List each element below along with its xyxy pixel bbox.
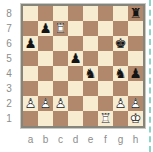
black-knight[interactable]: ♞	[113, 66, 128, 81]
white-pawn-glyph: ♙	[113, 96, 128, 111]
square-b2[interactable]: ♟♙	[38, 96, 53, 111]
square-e4[interactable]: ♞	[83, 66, 98, 81]
square-e1[interactable]	[83, 111, 98, 126]
square-b8[interactable]	[38, 6, 53, 21]
square-a6[interactable]: ♟	[23, 36, 38, 51]
file-label-h: h	[128, 132, 143, 146]
square-g6[interactable]: ♚	[113, 36, 128, 51]
rank-label-7: 7	[0, 21, 18, 36]
square-a4[interactable]	[23, 66, 38, 81]
white-king[interactable]: ♚♔	[128, 111, 143, 126]
square-h3[interactable]	[128, 81, 143, 96]
file-label-a: a	[23, 132, 38, 146]
square-d8[interactable]	[68, 6, 83, 21]
white-pawn-glyph: ♙	[53, 96, 68, 111]
square-d1[interactable]	[68, 111, 83, 126]
square-f2[interactable]	[98, 96, 113, 111]
square-e6[interactable]	[83, 36, 98, 51]
file-label-b: b	[38, 132, 53, 146]
square-g3[interactable]	[113, 81, 128, 96]
black-pawn[interactable]: ♟	[38, 21, 53, 36]
white-pawn[interactable]: ♟♙	[128, 96, 143, 111]
white-pawn[interactable]: ♟♙	[23, 96, 38, 111]
black-knight-glyph: ♞	[83, 66, 98, 81]
square-b3[interactable]	[38, 81, 53, 96]
file-label-d: d	[68, 132, 83, 146]
square-c8[interactable]	[53, 6, 68, 21]
square-a1[interactable]	[23, 111, 38, 126]
square-e8[interactable]	[83, 6, 98, 21]
square-f5[interactable]	[98, 51, 113, 66]
square-b4[interactable]	[38, 66, 53, 81]
square-a3[interactable]	[23, 81, 38, 96]
square-e7[interactable]	[83, 21, 98, 36]
square-e3[interactable]	[83, 81, 98, 96]
square-f3[interactable]	[98, 81, 113, 96]
square-f7[interactable]	[98, 21, 113, 36]
white-rook-glyph: ♖	[53, 21, 68, 36]
square-d7[interactable]	[68, 21, 83, 36]
square-b5[interactable]	[38, 51, 53, 66]
black-pawn-glyph: ♟	[68, 51, 83, 66]
square-c7[interactable]: ♜♖	[53, 21, 68, 36]
square-h4[interactable]: ♟	[128, 66, 143, 81]
square-c6[interactable]	[53, 36, 68, 51]
square-g7[interactable]	[113, 21, 128, 36]
black-pawn[interactable]: ♟	[23, 36, 38, 51]
square-h7[interactable]	[128, 21, 143, 36]
square-c4[interactable]	[53, 66, 68, 81]
black-knight[interactable]: ♞	[83, 66, 98, 81]
white-pawn[interactable]: ♟♙	[113, 96, 128, 111]
black-pawn[interactable]: ♟	[68, 51, 83, 66]
square-a7[interactable]	[23, 21, 38, 36]
square-h5[interactable]	[128, 51, 143, 66]
white-rook[interactable]: ♜♖	[98, 111, 113, 126]
black-pawn-glyph: ♟	[23, 36, 38, 51]
square-d3[interactable]	[68, 81, 83, 96]
rank-label-8: 8	[0, 6, 18, 21]
black-king-glyph: ♚	[113, 36, 128, 51]
white-pawn-glyph: ♙	[23, 96, 38, 111]
white-king-glyph: ♔	[128, 111, 143, 126]
square-f1[interactable]: ♜♖	[98, 111, 113, 126]
file-label-c: c	[53, 132, 68, 146]
file-labels: abcdefgh	[23, 132, 143, 146]
white-rook-glyph: ♖	[98, 111, 113, 126]
square-d4[interactable]	[68, 66, 83, 81]
square-c3[interactable]	[53, 81, 68, 96]
rank-label-2: 2	[0, 96, 18, 111]
rank-labels: 87654321	[0, 6, 18, 126]
square-b7[interactable]: ♟	[38, 21, 53, 36]
square-a2[interactable]: ♟♙	[23, 96, 38, 111]
black-rook[interactable]: ♜	[128, 6, 143, 21]
square-e2[interactable]	[83, 96, 98, 111]
square-b1[interactable]	[38, 111, 53, 126]
chess-board: ♜♟♜♖♟♚♟♞♞♟♟♙♟♙♟♙♟♙♟♙♜♖♚♔	[21, 4, 145, 128]
square-a5[interactable]	[23, 51, 38, 66]
square-g4[interactable]: ♞	[113, 66, 128, 81]
square-b6[interactable]	[38, 36, 53, 51]
rank-label-4: 4	[0, 66, 18, 81]
white-pawn-glyph: ♙	[128, 96, 143, 111]
square-f4[interactable]	[98, 66, 113, 81]
square-d6[interactable]	[68, 36, 83, 51]
rank-label-3: 3	[0, 81, 18, 96]
square-a8[interactable]	[23, 6, 38, 21]
square-h8[interactable]: ♜	[128, 6, 143, 21]
square-c5[interactable]	[53, 51, 68, 66]
square-f8[interactable]	[98, 6, 113, 21]
black-pawn-glyph: ♟	[38, 21, 53, 36]
rank-label-1: 1	[0, 111, 18, 126]
white-pawn[interactable]: ♟♙	[38, 96, 53, 111]
black-rook-glyph: ♜	[128, 6, 143, 21]
square-g1[interactable]	[113, 111, 128, 126]
black-knight-glyph: ♞	[113, 66, 128, 81]
square-g2[interactable]: ♟♙	[113, 96, 128, 111]
white-rook[interactable]: ♜♖	[53, 21, 68, 36]
black-pawn[interactable]: ♟	[128, 66, 143, 81]
file-label-g: g	[113, 132, 128, 146]
square-d5[interactable]: ♟	[68, 51, 83, 66]
black-king[interactable]: ♚	[113, 36, 128, 51]
square-f6[interactable]	[98, 36, 113, 51]
square-g5[interactable]	[113, 51, 128, 66]
square-d2[interactable]	[68, 96, 83, 111]
square-h2[interactable]: ♟♙	[128, 96, 143, 111]
file-label-e: e	[83, 132, 98, 146]
file-label-f: f	[98, 132, 113, 146]
square-h1[interactable]: ♚♔	[128, 111, 143, 126]
white-pawn-glyph: ♙	[38, 96, 53, 111]
chess-diagram-panel: 87654321 ♜♟♜♖♟♚♟♞♞♟♟♙♟♙♟♙♟♙♟♙♜♖♚♔ abcdef…	[0, 0, 153, 152]
square-c2[interactable]: ♟♙	[53, 96, 68, 111]
square-g8[interactable]	[113, 6, 128, 21]
square-c1[interactable]	[53, 111, 68, 126]
black-pawn-glyph: ♟	[128, 66, 143, 81]
selection-dashed-border	[149, 0, 151, 152]
rank-label-6: 6	[0, 36, 18, 51]
square-e5[interactable]	[83, 51, 98, 66]
square-h6[interactable]	[128, 36, 143, 51]
white-pawn[interactable]: ♟♙	[53, 96, 68, 111]
rank-label-5: 5	[0, 51, 18, 66]
